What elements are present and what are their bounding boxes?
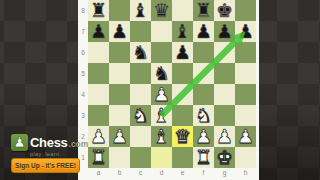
file-label-b: b [109, 168, 130, 180]
square-e1[interactable] [172, 147, 193, 168]
square-g7[interactable]: ♟ [214, 21, 235, 42]
square-a8[interactable]: ♜ [88, 0, 109, 21]
black-pawn-b7[interactable]: ♟ [111, 22, 128, 41]
white-pawn-d4[interactable]: ♟ [153, 85, 170, 104]
square-h3[interactable] [235, 105, 256, 126]
file-label-g: g [214, 168, 235, 180]
white-pawn-b2[interactable]: ♟ [111, 127, 128, 146]
white-rook-f1[interactable]: ♜ [195, 148, 212, 167]
square-h8[interactable] [235, 0, 256, 21]
file-label-a: a [88, 168, 109, 180]
square-c1[interactable] [130, 147, 151, 168]
black-pawn-f7[interactable]: ♟ [195, 22, 212, 41]
rank-label-5: 5 [78, 63, 88, 84]
square-a1[interactable]: ♜ [88, 147, 109, 168]
square-c7[interactable] [130, 21, 151, 42]
square-a3[interactable] [88, 105, 109, 126]
rank-label-4: 4 [78, 84, 88, 105]
square-b5[interactable] [109, 63, 130, 84]
square-b8[interactable] [109, 0, 130, 21]
square-a5[interactable] [88, 63, 109, 84]
black-king-g8[interactable]: ♚ [216, 1, 233, 20]
white-pawn-f2[interactable]: ♟ [195, 127, 212, 146]
square-f6[interactable] [193, 42, 214, 63]
square-e8[interactable] [172, 0, 193, 21]
square-h1[interactable] [235, 147, 256, 168]
square-g1[interactable]: ♚ [214, 147, 235, 168]
square-f5[interactable] [193, 63, 214, 84]
white-bishop-d3[interactable]: ♝ [153, 106, 170, 125]
square-h7[interactable]: ♟ [235, 21, 256, 42]
black-pawn-a7[interactable]: ♟ [90, 22, 107, 41]
file-label-h: h [235, 168, 256, 180]
square-g5[interactable] [214, 63, 235, 84]
square-a7[interactable]: ♟ [88, 21, 109, 42]
square-h2[interactable]: ♟ [235, 126, 256, 147]
black-pawn-e6[interactable]: ♟ [174, 43, 191, 62]
square-g2[interactable]: ♟ [214, 126, 235, 147]
square-c6[interactable]: ♞ [130, 42, 151, 63]
square-d4[interactable]: ♟ [151, 84, 172, 105]
white-knight-f3[interactable]: ♞ [195, 106, 212, 125]
white-bishop-d2[interactable]: ♝ [153, 127, 170, 146]
chesscom-branding: ♟ Chess .com play. learn. share. Sign Up… [0, 0, 78, 180]
square-g4[interactable] [214, 84, 235, 105]
file-label-e: e [172, 168, 193, 180]
square-h4[interactable] [235, 84, 256, 105]
black-rook-f8[interactable]: ♜ [195, 1, 212, 20]
signup-button[interactable]: Sign Up - it's FREE! [11, 158, 80, 173]
square-b2[interactable]: ♟ [109, 126, 130, 147]
square-d7[interactable] [151, 21, 172, 42]
square-e7[interactable]: ♝ [172, 21, 193, 42]
square-f4[interactable] [193, 84, 214, 105]
square-c5[interactable] [130, 63, 151, 84]
square-e2[interactable]: ♛ [172, 126, 193, 147]
square-c8[interactable]: ♝ [130, 0, 151, 21]
square-h6[interactable] [235, 42, 256, 63]
square-c2[interactable] [130, 126, 151, 147]
video-frame: 87654321 ♜♝♛♜♚♟♟♝♟♟♟♞♟♞♟♞♝♞♟♟♝♛♟♟♟♜♜♚ ab… [0, 0, 320, 180]
square-e3[interactable] [172, 105, 193, 126]
black-knight-d5[interactable]: ♞ [153, 64, 170, 83]
square-f8[interactable]: ♜ [193, 0, 214, 21]
square-a2[interactable]: ♟ [88, 126, 109, 147]
file-label-d: d [151, 168, 172, 180]
file-label-c: c [130, 168, 151, 180]
square-e6[interactable]: ♟ [172, 42, 193, 63]
square-d5[interactable]: ♞ [151, 63, 172, 84]
square-b4[interactable] [109, 84, 130, 105]
square-g6[interactable] [214, 42, 235, 63]
rank-label-6: 6 [78, 42, 88, 63]
square-d1[interactable] [151, 147, 172, 168]
file-labels: abcdefgh [88, 168, 256, 180]
rank-label-8: 8 [78, 0, 88, 21]
logo-text-suffix: .com [69, 139, 89, 149]
white-pawn-g2[interactable]: ♟ [216, 127, 233, 146]
file-label-f: f [193, 168, 214, 180]
chess-board-frame: 87654321 ♜♝♛♜♚♟♟♝♟♟♟♞♟♞♟♞♝♞♟♟♝♛♟♟♟♜♜♚ ab… [78, 0, 259, 180]
square-a6[interactable] [88, 42, 109, 63]
square-d6[interactable] [151, 42, 172, 63]
pawn-icon: ♟ [13, 135, 26, 149]
square-c3[interactable]: ♞ [130, 105, 151, 126]
square-g3[interactable] [214, 105, 235, 126]
chess-board[interactable]: ♜♝♛♜♚♟♟♝♟♟♟♞♟♞♟♞♝♞♟♟♝♛♟♟♟♜♜♚ [88, 0, 256, 168]
black-rook-a8[interactable]: ♜ [90, 1, 107, 20]
black-bishop-e7[interactable]: ♝ [174, 22, 191, 41]
square-e4[interactable] [172, 84, 193, 105]
black-bishop-c8[interactable]: ♝ [132, 1, 149, 20]
white-knight-c3[interactable]: ♞ [132, 106, 149, 125]
square-b6[interactable] [109, 42, 130, 63]
square-f3[interactable]: ♞ [193, 105, 214, 126]
square-d3[interactable]: ♝ [151, 105, 172, 126]
square-h5[interactable] [235, 63, 256, 84]
black-knight-c6[interactable]: ♞ [132, 43, 149, 62]
black-queen-d8[interactable]: ♛ [153, 1, 170, 20]
white-queen-e2[interactable]: ♛ [174, 127, 191, 146]
white-pawn-h2[interactable]: ♟ [237, 127, 254, 146]
square-d2[interactable]: ♝ [151, 126, 172, 147]
square-a4[interactable] [88, 84, 109, 105]
square-f2[interactable]: ♟ [193, 126, 214, 147]
square-d8[interactable]: ♛ [151, 0, 172, 21]
square-b7[interactable]: ♟ [109, 21, 130, 42]
square-f7[interactable]: ♟ [193, 21, 214, 42]
pawn-logo-badge: ♟ [11, 134, 28, 151]
black-pawn-g7[interactable]: ♟ [216, 22, 233, 41]
black-pawn-h7[interactable]: ♟ [237, 22, 254, 41]
white-pawn-a2[interactable]: ♟ [90, 127, 107, 146]
square-g8[interactable]: ♚ [214, 0, 235, 21]
square-b3[interactable] [109, 105, 130, 126]
square-b1[interactable] [109, 147, 130, 168]
white-king-g1[interactable]: ♚ [216, 148, 233, 167]
rank-label-7: 7 [78, 21, 88, 42]
white-rook-a1[interactable]: ♜ [90, 148, 107, 167]
square-c4[interactable] [130, 84, 151, 105]
chesscom-logo: ♟ Chess .com [11, 133, 88, 151]
square-f1[interactable]: ♜ [193, 147, 214, 168]
logo-text-primary: Chess [30, 135, 68, 150]
rank-label-3: 3 [78, 105, 88, 126]
square-e5[interactable] [172, 63, 193, 84]
